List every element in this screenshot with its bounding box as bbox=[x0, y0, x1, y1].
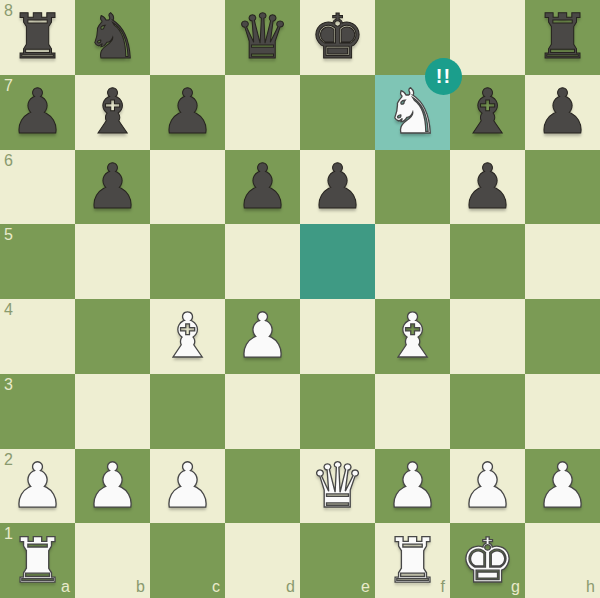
square-h3[interactable] bbox=[525, 374, 600, 449]
chess-board: !! 8♜♞♛♚♜7♟♝♟♞♝♟6♟♟♟♟54♝♟♝32♟♟♟♛♟♟♟1a♜bc… bbox=[0, 0, 600, 598]
square-h6[interactable] bbox=[525, 150, 600, 225]
file-label-a: a bbox=[61, 579, 70, 595]
square-c3[interactable] bbox=[150, 374, 225, 449]
square-g5[interactable] bbox=[450, 224, 525, 299]
black-pawn[interactable]: ♟ bbox=[310, 150, 366, 224]
black-pawn[interactable]: ♟ bbox=[535, 75, 591, 149]
square-e1[interactable]: e bbox=[300, 523, 375, 598]
square-d6[interactable]: ♟ bbox=[225, 150, 300, 225]
square-h4[interactable] bbox=[525, 299, 600, 374]
file-label-b: b bbox=[136, 579, 145, 595]
black-pawn[interactable]: ♟ bbox=[235, 150, 291, 224]
white-pawn[interactable]: ♟ bbox=[460, 449, 516, 523]
square-c1[interactable]: c bbox=[150, 523, 225, 598]
square-a4[interactable]: 4 bbox=[0, 299, 75, 374]
square-e8[interactable]: ♚ bbox=[300, 0, 375, 75]
square-b3[interactable] bbox=[75, 374, 150, 449]
square-d4[interactable]: ♟ bbox=[225, 299, 300, 374]
file-label-d: d bbox=[286, 579, 295, 595]
square-a7[interactable]: 7♟ bbox=[0, 75, 75, 150]
square-h5[interactable] bbox=[525, 224, 600, 299]
square-c2[interactable]: ♟ bbox=[150, 449, 225, 524]
square-d3[interactable] bbox=[225, 374, 300, 449]
square-b1[interactable]: b bbox=[75, 523, 150, 598]
file-label-e: e bbox=[361, 579, 370, 595]
rank-label-1: 1 bbox=[4, 526, 13, 542]
rank-label-4: 4 bbox=[4, 302, 13, 318]
white-rook[interactable]: ♜ bbox=[10, 524, 66, 598]
square-f4[interactable]: ♝ bbox=[375, 299, 450, 374]
square-g1[interactable]: g♚ bbox=[450, 523, 525, 598]
rank-label-8: 8 bbox=[4, 3, 13, 19]
square-g7[interactable]: ♝ bbox=[450, 75, 525, 150]
square-f2[interactable]: ♟ bbox=[375, 449, 450, 524]
file-label-c: c bbox=[212, 579, 220, 595]
square-f6[interactable] bbox=[375, 150, 450, 225]
square-a1[interactable]: 1a♜ bbox=[0, 523, 75, 598]
square-g6[interactable]: ♟ bbox=[450, 150, 525, 225]
black-bishop[interactable]: ♝ bbox=[85, 75, 141, 149]
square-f5[interactable] bbox=[375, 224, 450, 299]
white-bishop[interactable]: ♝ bbox=[160, 299, 216, 373]
square-h2[interactable]: ♟ bbox=[525, 449, 600, 524]
square-d2[interactable] bbox=[225, 449, 300, 524]
square-d5[interactable] bbox=[225, 224, 300, 299]
square-e5[interactable] bbox=[300, 224, 375, 299]
square-b6[interactable]: ♟ bbox=[75, 150, 150, 225]
square-c4[interactable]: ♝ bbox=[150, 299, 225, 374]
black-queen[interactable]: ♛ bbox=[235, 0, 291, 74]
square-a3[interactable]: 3 bbox=[0, 374, 75, 449]
square-c7[interactable]: ♟ bbox=[150, 75, 225, 150]
square-h1[interactable]: h bbox=[525, 523, 600, 598]
black-pawn[interactable]: ♟ bbox=[460, 150, 516, 224]
rank-label-6: 6 bbox=[4, 153, 13, 169]
square-e3[interactable] bbox=[300, 374, 375, 449]
square-a8[interactable]: 8♜ bbox=[0, 0, 75, 75]
square-g2[interactable]: ♟ bbox=[450, 449, 525, 524]
white-pawn[interactable]: ♟ bbox=[385, 449, 441, 523]
square-e6[interactable]: ♟ bbox=[300, 150, 375, 225]
black-bishop[interactable]: ♝ bbox=[460, 75, 516, 149]
white-pawn[interactable]: ♟ bbox=[85, 449, 141, 523]
rank-label-7: 7 bbox=[4, 78, 13, 94]
square-g8[interactable] bbox=[450, 0, 525, 75]
square-d7[interactable] bbox=[225, 75, 300, 150]
black-king[interactable]: ♚ bbox=[310, 0, 366, 74]
rank-label-5: 5 bbox=[4, 227, 13, 243]
black-pawn[interactable]: ♟ bbox=[10, 75, 66, 149]
square-b4[interactable] bbox=[75, 299, 150, 374]
black-pawn[interactable]: ♟ bbox=[160, 75, 216, 149]
square-b8[interactable]: ♞ bbox=[75, 0, 150, 75]
file-label-g: g bbox=[511, 579, 520, 595]
square-h8[interactable]: ♜ bbox=[525, 0, 600, 75]
white-king[interactable]: ♚ bbox=[460, 524, 516, 598]
rank-label-2: 2 bbox=[4, 452, 13, 468]
square-c5[interactable] bbox=[150, 224, 225, 299]
black-knight[interactable]: ♞ bbox=[85, 0, 141, 74]
square-e7[interactable] bbox=[300, 75, 375, 150]
square-h7[interactable]: ♟ bbox=[525, 75, 600, 150]
white-queen[interactable]: ♛ bbox=[310, 449, 366, 523]
white-pawn[interactable]: ♟ bbox=[235, 299, 291, 373]
file-label-f: f bbox=[441, 579, 445, 595]
square-a2[interactable]: 2♟ bbox=[0, 449, 75, 524]
white-bishop[interactable]: ♝ bbox=[385, 299, 441, 373]
square-d1[interactable]: d bbox=[225, 523, 300, 598]
square-g3[interactable] bbox=[450, 374, 525, 449]
square-b7[interactable]: ♝ bbox=[75, 75, 150, 150]
file-label-h: h bbox=[586, 579, 595, 595]
square-f3[interactable] bbox=[375, 374, 450, 449]
white-pawn[interactable]: ♟ bbox=[10, 449, 66, 523]
black-rook[interactable]: ♜ bbox=[10, 0, 66, 74]
square-a6[interactable]: 6 bbox=[0, 150, 75, 225]
square-f1[interactable]: f♜ bbox=[375, 523, 450, 598]
rank-label-3: 3 bbox=[4, 377, 13, 393]
square-e2[interactable]: ♛ bbox=[300, 449, 375, 524]
square-b2[interactable]: ♟ bbox=[75, 449, 150, 524]
square-d8[interactable]: ♛ bbox=[225, 0, 300, 75]
square-b5[interactable] bbox=[75, 224, 150, 299]
white-rook[interactable]: ♜ bbox=[385, 524, 441, 598]
square-c8[interactable] bbox=[150, 0, 225, 75]
brilliant-move-badge: !! bbox=[425, 58, 462, 95]
square-e4[interactable] bbox=[300, 299, 375, 374]
white-pawn[interactable]: ♟ bbox=[160, 449, 216, 523]
square-a5[interactable]: 5 bbox=[0, 224, 75, 299]
square-c6[interactable] bbox=[150, 150, 225, 225]
square-g4[interactable] bbox=[450, 299, 525, 374]
black-rook[interactable]: ♜ bbox=[535, 0, 591, 74]
black-pawn[interactable]: ♟ bbox=[85, 150, 141, 224]
white-pawn[interactable]: ♟ bbox=[535, 449, 591, 523]
